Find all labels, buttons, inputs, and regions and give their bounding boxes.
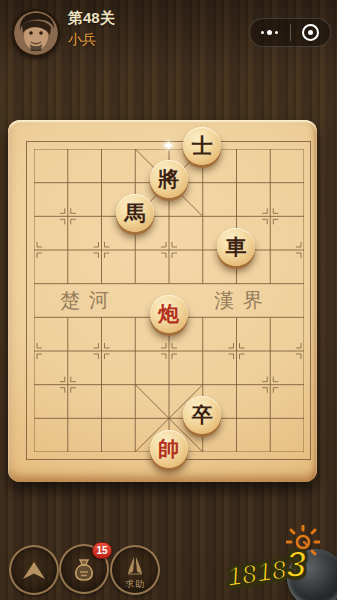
avatar-face-icon: [14, 11, 58, 55]
ellipsis-icon: [267, 30, 272, 35]
exit-button[interactable]: [291, 19, 331, 46]
piece-black-soldier[interactable]: 卒: [183, 396, 221, 434]
help-button[interactable]: 求助: [110, 545, 160, 595]
target-circle-icon: [302, 24, 319, 41]
coins-badge: 15: [92, 542, 112, 559]
piece-red-cannon[interactable]: 炮: [150, 295, 188, 333]
ellipsis-icon: [261, 31, 264, 34]
mountain-arrow-icon: [19, 555, 49, 585]
game-screen: 第48关 小兵 楚河 漢界 士將馬車炮卒帥 ✦ 15: [0, 0, 337, 600]
wechat-capsule: [249, 18, 331, 47]
river-label-left: 楚河: [60, 286, 118, 313]
piece-black-horse[interactable]: 馬: [116, 194, 154, 232]
river-label-right: 漢界: [214, 286, 272, 313]
praying-hands-icon: [121, 554, 149, 580]
watermark-18183: 18183: [220, 520, 337, 598]
level-label: 第48关: [68, 10, 115, 25]
menu-button[interactable]: [9, 545, 59, 595]
piece-red-general[interactable]: 帥: [150, 430, 188, 468]
more-button[interactable]: [250, 19, 290, 46]
xiangqi-board: 楚河 漢界 士將馬車炮卒帥 ✦: [8, 120, 317, 482]
piece-black-general[interactable]: 將: [150, 160, 188, 198]
piece-black-chariot[interactable]: 車: [217, 228, 255, 266]
ellipsis-icon: [275, 31, 278, 34]
player-name-label: 小兵: [68, 32, 115, 46]
coins-button[interactable]: 15: [59, 544, 109, 594]
avatar: [12, 9, 60, 57]
help-label: 求助: [112, 578, 158, 591]
piece-black-advisor[interactable]: 士: [183, 127, 221, 165]
